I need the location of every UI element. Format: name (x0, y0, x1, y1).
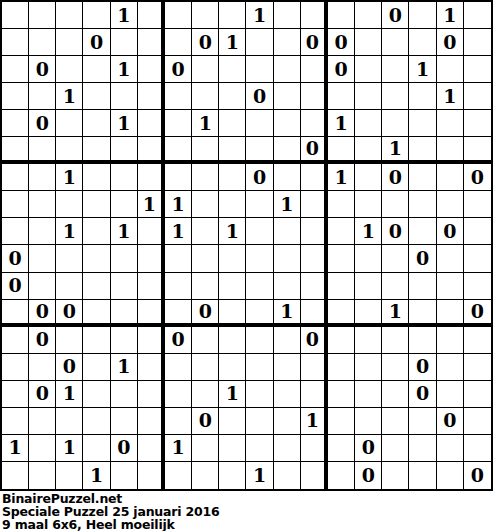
cell-r10-c4-empty[interactable] (83, 245, 110, 272)
cell-r1-c18-empty[interactable] (464, 2, 491, 29)
cell-r14-c15-empty[interactable] (382, 354, 409, 381)
cell-r17-c6-empty[interactable] (138, 435, 165, 462)
cell-r10-c14-empty[interactable] (355, 245, 382, 272)
footer: BinairePuzzel.net Speciale Puzzel 25 jan… (0, 491, 493, 531)
cell-r14-c14-empty[interactable] (355, 354, 382, 381)
cell-r4-c3-given: 1 (56, 83, 83, 110)
cell-r1-c2-empty[interactable] (29, 2, 56, 29)
cell-r15-c2-given: 0 (29, 381, 56, 408)
cell-r17-c4-empty[interactable] (83, 435, 110, 462)
cell-r13-c6-empty[interactable] (138, 327, 165, 354)
cell-r2-c10-empty[interactable] (246, 29, 273, 56)
cell-r2-c17-given: 0 (437, 29, 464, 56)
cell-r14-c1-empty[interactable] (2, 354, 29, 381)
cell-r9-c5-given: 1 (111, 218, 138, 245)
cell-r5-c9-empty[interactable] (219, 110, 246, 137)
cell-r18-c7-empty[interactable] (165, 462, 192, 489)
cell-r5-c17-empty[interactable] (437, 110, 464, 137)
cell-r14-c3-given: 0 (56, 354, 83, 381)
cell-r11-c13-empty[interactable] (328, 273, 355, 300)
cell-r2-c9-given: 1 (219, 29, 246, 56)
cell-r5-c3-empty[interactable] (56, 110, 83, 137)
cell-r11-c15-empty[interactable] (382, 273, 409, 300)
cell-r13-c9-empty[interactable] (219, 327, 246, 354)
cell-r8-c15-empty[interactable] (382, 191, 409, 218)
cell-r7-c6-empty[interactable] (138, 164, 165, 191)
cell-r13-c15-empty[interactable] (382, 327, 409, 354)
cell-r16-c10-empty[interactable] (246, 408, 273, 435)
cell-r18-c13-empty[interactable] (328, 462, 355, 489)
cell-r11-c9-empty[interactable] (219, 273, 246, 300)
cell-r2-c16-empty[interactable] (409, 29, 436, 56)
cell-r11-c3-empty[interactable] (56, 273, 83, 300)
cell-r18-c3-empty[interactable] (56, 462, 83, 489)
cell-r13-c4-empty[interactable] (83, 327, 110, 354)
cell-r18-c12-empty[interactable] (301, 462, 328, 489)
cell-r2-c6-empty[interactable] (138, 29, 165, 56)
cell-r8-c17-empty[interactable] (437, 191, 464, 218)
cell-r18-c2-empty[interactable] (29, 462, 56, 489)
cell-r12-c14-empty[interactable] (355, 300, 382, 327)
cell-r16-c2-empty[interactable] (29, 408, 56, 435)
cell-r3-c5-given: 1 (111, 56, 138, 83)
cell-r5-c12-empty[interactable] (301, 110, 328, 137)
cell-r3-c3-empty[interactable] (56, 56, 83, 83)
cell-r7-c7-empty[interactable] (165, 164, 192, 191)
cell-r1-c6-empty[interactable] (138, 2, 165, 29)
cell-r10-c6-empty[interactable] (138, 245, 165, 272)
cell-r7-c2-empty[interactable] (29, 164, 56, 191)
cell-r13-c11-empty[interactable] (274, 327, 301, 354)
cell-r18-c9-empty[interactable] (219, 462, 246, 489)
cell-r12-c11-given: 1 (274, 300, 301, 327)
cell-r3-c18-empty[interactable] (464, 56, 491, 83)
cell-r5-c14-empty[interactable] (355, 110, 382, 137)
cell-r1-c1-empty[interactable] (2, 2, 29, 29)
cell-r14-c4-empty[interactable] (83, 354, 110, 381)
cell-r11-c10-empty[interactable] (246, 273, 273, 300)
cell-r9-c16-empty[interactable] (409, 218, 436, 245)
cell-r14-c17-empty[interactable] (437, 354, 464, 381)
cell-r7-c17-empty[interactable] (437, 164, 464, 191)
cell-r1-c7-empty[interactable] (165, 2, 192, 29)
cell-r5-c18-empty[interactable] (464, 110, 491, 137)
cell-r7-c14-empty[interactable] (355, 164, 382, 191)
cell-r12-c6-empty[interactable] (138, 300, 165, 327)
cell-r13-c10-empty[interactable] (246, 327, 273, 354)
cell-r18-c15-empty[interactable] (382, 462, 409, 489)
cell-r3-c12-empty[interactable] (301, 56, 328, 83)
cell-r3-c1-empty[interactable] (2, 56, 29, 83)
cell-r16-c18-empty[interactable] (464, 408, 491, 435)
cell-r9-c14-given: 1 (355, 218, 382, 245)
cell-r1-c9-empty[interactable] (219, 2, 246, 29)
cell-r18-c10-given: 1 (246, 462, 273, 489)
cell-r15-c9-given: 1 (219, 381, 246, 408)
cell-r7-c8-empty[interactable] (192, 164, 219, 191)
cell-r1-c14-empty[interactable] (355, 2, 382, 29)
cell-r1-c8-empty[interactable] (192, 2, 219, 29)
cell-r12-c5-empty[interactable] (111, 300, 138, 327)
cell-r7-c12-empty[interactable] (301, 164, 328, 191)
cell-r8-c9-empty[interactable] (219, 191, 246, 218)
cell-r14-c11-empty[interactable] (274, 354, 301, 381)
cell-r8-c16-empty[interactable] (409, 191, 436, 218)
cell-r13-c3-empty[interactable] (56, 327, 83, 354)
cell-r3-c15-empty[interactable] (382, 56, 409, 83)
cell-r6-c9-empty[interactable] (219, 137, 246, 164)
cell-r13-c1-empty[interactable] (2, 327, 29, 354)
cell-r10-c2-empty[interactable] (29, 245, 56, 272)
cell-r11-c4-empty[interactable] (83, 273, 110, 300)
cell-r8-c1-empty[interactable] (2, 191, 29, 218)
cell-r4-c15-empty[interactable] (382, 83, 409, 110)
cell-r4-c11-empty[interactable] (274, 83, 301, 110)
cell-r3-c9-empty[interactable] (219, 56, 246, 83)
cell-r12-c1-empty[interactable] (2, 300, 29, 327)
cell-r16-c5-empty[interactable] (111, 408, 138, 435)
cell-r6-c15-given: 1 (382, 137, 409, 164)
cell-r8-c13-empty[interactable] (328, 191, 355, 218)
cell-r5-c1-empty[interactable] (2, 110, 29, 137)
cell-r6-c17-empty[interactable] (437, 137, 464, 164)
cell-r9-c2-empty[interactable] (29, 218, 56, 245)
cell-r15-c12-empty[interactable] (301, 381, 328, 408)
cell-r12-c15-given: 1 (382, 300, 409, 327)
cell-r10-c9-empty[interactable] (219, 245, 246, 272)
cell-r16-c7-empty[interactable] (165, 408, 192, 435)
cell-r2-c2-empty[interactable] (29, 29, 56, 56)
cell-r7-c3-given: 1 (56, 164, 83, 191)
cell-r17-c5-given: 0 (111, 435, 138, 462)
cell-r16-c15-empty[interactable] (382, 408, 409, 435)
cell-r10-c1-given: 0 (2, 245, 29, 272)
cell-r16-c1-empty[interactable] (2, 408, 29, 435)
cell-r14-c6-empty[interactable] (138, 354, 165, 381)
cell-r9-c18-empty[interactable] (464, 218, 491, 245)
cell-r7-c4-empty[interactable] (83, 164, 110, 191)
cell-r9-c13-empty[interactable] (328, 218, 355, 245)
cell-r13-c14-empty[interactable] (355, 327, 382, 354)
cell-r5-c16-empty[interactable] (409, 110, 436, 137)
cell-r14-c9-empty[interactable] (219, 354, 246, 381)
cell-r5-c11-empty[interactable] (274, 110, 301, 137)
cell-r15-c1-empty[interactable] (2, 381, 29, 408)
cell-r15-c10-empty[interactable] (246, 381, 273, 408)
cell-r14-c8-empty[interactable] (192, 354, 219, 381)
cell-r4-c13-empty[interactable] (328, 83, 355, 110)
cell-r9-c11-empty[interactable] (274, 218, 301, 245)
cell-r8-c10-empty[interactable] (246, 191, 273, 218)
cell-r12-c9-empty[interactable] (219, 300, 246, 327)
cell-r13-c12-given: 0 (301, 327, 328, 354)
cell-r13-c16-empty[interactable] (409, 327, 436, 354)
cell-r5-c15-empty[interactable] (382, 110, 409, 137)
cell-r9-c7-given: 1 (165, 218, 192, 245)
cell-r14-c7-empty[interactable] (165, 354, 192, 381)
cell-r5-c8-given: 1 (192, 110, 219, 137)
cell-r6-c18-empty[interactable] (464, 137, 491, 164)
cell-r12-c7-empty[interactable] (165, 300, 192, 327)
cell-r9-c4-empty[interactable] (83, 218, 110, 245)
cell-r16-c9-empty[interactable] (219, 408, 246, 435)
cell-r3-c17-empty[interactable] (437, 56, 464, 83)
cell-r13-c17-empty[interactable] (437, 327, 464, 354)
cell-r10-c10-empty[interactable] (246, 245, 273, 272)
cell-r6-c13-empty[interactable] (328, 137, 355, 164)
cell-r11-c16-empty[interactable] (409, 273, 436, 300)
cell-r14-c2-empty[interactable] (29, 354, 56, 381)
cell-r6-c3-empty[interactable] (56, 137, 83, 164)
cell-r12-c3-given: 0 (56, 300, 83, 327)
cell-r17-c10-empty[interactable] (246, 435, 273, 462)
cell-r18-c4-given: 1 (83, 462, 110, 489)
cell-r8-c2-empty[interactable] (29, 191, 56, 218)
cell-r15-c8-empty[interactable] (192, 381, 219, 408)
cell-r18-c17-empty[interactable] (437, 462, 464, 489)
cell-r3-c14-empty[interactable] (355, 56, 382, 83)
cell-r2-c3-empty[interactable] (56, 29, 83, 56)
cell-r17-c18-empty[interactable] (464, 435, 491, 462)
cell-r17-c3-given: 1 (56, 435, 83, 462)
cell-r17-c11-empty[interactable] (274, 435, 301, 462)
cell-r12-c10-empty[interactable] (246, 300, 273, 327)
cell-r3-c4-empty[interactable] (83, 56, 110, 83)
cell-r3-c6-empty[interactable] (138, 56, 165, 83)
cell-r3-c11-empty[interactable] (274, 56, 301, 83)
cell-r17-c12-empty[interactable] (301, 435, 328, 462)
cell-r5-c6-empty[interactable] (138, 110, 165, 137)
cell-r17-c9-empty[interactable] (219, 435, 246, 462)
cell-r11-c18-empty[interactable] (464, 273, 491, 300)
cell-r1-c10-given: 1 (246, 2, 273, 29)
cell-r14-c18-empty[interactable] (464, 354, 491, 381)
cell-r6-c11-empty[interactable] (274, 137, 301, 164)
cell-r10-c5-empty[interactable] (111, 245, 138, 272)
cell-r12-c17-empty[interactable] (437, 300, 464, 327)
cell-r4-c5-empty[interactable] (111, 83, 138, 110)
cell-r15-c5-empty[interactable] (111, 381, 138, 408)
cell-r8-c12-empty[interactable] (301, 191, 328, 218)
cell-r2-c11-empty[interactable] (274, 29, 301, 56)
cell-r16-c11-empty[interactable] (274, 408, 301, 435)
cell-r7-c11-empty[interactable] (274, 164, 301, 191)
cell-r3-c2-given: 0 (29, 56, 56, 83)
cell-r18-c14-given: 0 (355, 462, 382, 489)
cell-r10-c18-empty[interactable] (464, 245, 491, 272)
cell-r3-c8-empty[interactable] (192, 56, 219, 83)
cell-r8-c8-empty[interactable] (192, 191, 219, 218)
cell-r11-c8-empty[interactable] (192, 273, 219, 300)
cell-r2-c18-empty[interactable] (464, 29, 491, 56)
cell-r13-c18-empty[interactable] (464, 327, 491, 354)
cell-r6-c2-empty[interactable] (29, 137, 56, 164)
cell-r15-c3-given: 1 (56, 381, 83, 408)
cell-r4-c16-empty[interactable] (409, 83, 436, 110)
cell-r17-c8-empty[interactable] (192, 435, 219, 462)
cell-r1-c13-empty[interactable] (328, 2, 355, 29)
cell-r8-c18-empty[interactable] (464, 191, 491, 218)
cell-r11-c5-empty[interactable] (111, 273, 138, 300)
cell-r16-c13-empty[interactable] (328, 408, 355, 435)
cell-r15-c4-empty[interactable] (83, 381, 110, 408)
cell-r17-c7-given: 1 (165, 435, 192, 462)
cell-r9-c12-empty[interactable] (301, 218, 328, 245)
cell-r18-c16-empty[interactable] (409, 462, 436, 489)
cell-r6-c6-empty[interactable] (138, 137, 165, 164)
cell-r4-c17-given: 1 (437, 83, 464, 110)
cell-r5-c4-empty[interactable] (83, 110, 110, 137)
cell-r9-c10-empty[interactable] (246, 218, 273, 245)
cell-r9-c8-empty[interactable] (192, 218, 219, 245)
cell-r2-c15-empty[interactable] (382, 29, 409, 56)
cell-r7-c16-empty[interactable] (409, 164, 436, 191)
cell-r2-c7-empty[interactable] (165, 29, 192, 56)
cell-r11-c11-empty[interactable] (274, 273, 301, 300)
cell-r12-c2-given: 0 (29, 300, 56, 327)
cell-r14-c12-empty[interactable] (301, 354, 328, 381)
cell-r1-c3-empty[interactable] (56, 2, 83, 29)
cell-r4-c18-empty[interactable] (464, 83, 491, 110)
cell-r8-c5-empty[interactable] (111, 191, 138, 218)
cell-r1-c15-given: 0 (382, 2, 409, 29)
cell-r4-c9-empty[interactable] (219, 83, 246, 110)
cell-r6-c10-empty[interactable] (246, 137, 273, 164)
cell-r4-c1-empty[interactable] (2, 83, 29, 110)
cell-r4-c12-empty[interactable] (301, 83, 328, 110)
cell-r1-c16-empty[interactable] (409, 2, 436, 29)
cell-r18-c6-empty[interactable] (138, 462, 165, 489)
cell-r6-c4-empty[interactable] (83, 137, 110, 164)
cell-r11-c12-empty[interactable] (301, 273, 328, 300)
cell-r15-c18-empty[interactable] (464, 381, 491, 408)
cell-r13-c5-empty[interactable] (111, 327, 138, 354)
cell-r16-c16-empty[interactable] (409, 408, 436, 435)
cell-r2-c4-given: 0 (83, 29, 110, 56)
cell-r15-c7-empty[interactable] (165, 381, 192, 408)
cell-r6-c12-given: 0 (301, 137, 328, 164)
cell-r6-c16-empty[interactable] (409, 137, 436, 164)
cell-r17-c17-empty[interactable] (437, 435, 464, 462)
cell-r6-c1-empty[interactable] (2, 137, 29, 164)
cell-r10-c7-empty[interactable] (165, 245, 192, 272)
cell-r2-c5-empty[interactable] (111, 29, 138, 56)
cell-r13-c13-empty[interactable] (328, 327, 355, 354)
cell-r11-c6-empty[interactable] (138, 273, 165, 300)
cell-r10-c13-empty[interactable] (328, 245, 355, 272)
cell-r5-c7-empty[interactable] (165, 110, 192, 137)
cell-r9-c6-empty[interactable] (138, 218, 165, 245)
cell-r8-c11-given: 1 (274, 191, 301, 218)
cell-r4-c4-empty[interactable] (83, 83, 110, 110)
cell-r3-c16-given: 1 (409, 56, 436, 83)
cell-r15-c13-empty[interactable] (328, 381, 355, 408)
cell-r3-c13-given: 0 (328, 56, 355, 83)
cell-r1-c12-empty[interactable] (301, 2, 328, 29)
cell-r11-c17-empty[interactable] (437, 273, 464, 300)
cell-r8-c4-empty[interactable] (83, 191, 110, 218)
cell-r10-c3-empty[interactable] (56, 245, 83, 272)
cell-r11-c14-empty[interactable] (355, 273, 382, 300)
cell-r17-c2-empty[interactable] (29, 435, 56, 462)
cell-r16-c14-empty[interactable] (355, 408, 382, 435)
board: 1101001000010011010111011010011111111000… (0, 0, 493, 491)
cell-r15-c14-empty[interactable] (355, 381, 382, 408)
cell-r18-c11-empty[interactable] (274, 462, 301, 489)
cell-r5-c10-empty[interactable] (246, 110, 273, 137)
cell-r4-c6-empty[interactable] (138, 83, 165, 110)
cell-r12-c16-empty[interactable] (409, 300, 436, 327)
cell-r12-c13-empty[interactable] (328, 300, 355, 327)
cell-r16-c6-empty[interactable] (138, 408, 165, 435)
cell-r17-c16-empty[interactable] (409, 435, 436, 462)
cell-r8-c14-empty[interactable] (355, 191, 382, 218)
cell-r3-c10-empty[interactable] (246, 56, 273, 83)
cell-r6-c14-empty[interactable] (355, 137, 382, 164)
cell-r15-c15-empty[interactable] (382, 381, 409, 408)
cell-r10-c17-empty[interactable] (437, 245, 464, 272)
cell-r16-c12-given: 1 (301, 408, 328, 435)
cell-r10-c16-given: 0 (409, 245, 436, 272)
cell-r6-c8-empty[interactable] (192, 137, 219, 164)
cell-r11-c2-empty[interactable] (29, 273, 56, 300)
cell-r17-c1-given: 1 (2, 435, 29, 462)
cell-r18-c5-empty[interactable] (111, 462, 138, 489)
cell-r6-c7-empty[interactable] (165, 137, 192, 164)
cell-r12-c12-empty[interactable] (301, 300, 328, 327)
cell-r9-c1-empty[interactable] (2, 218, 29, 245)
cell-r18-c8-empty[interactable] (192, 462, 219, 489)
cell-r16-c4-empty[interactable] (83, 408, 110, 435)
cell-r12-c4-empty[interactable] (83, 300, 110, 327)
cell-r15-c6-empty[interactable] (138, 381, 165, 408)
cell-r17-c15-empty[interactable] (382, 435, 409, 462)
cell-r7-c9-empty[interactable] (219, 164, 246, 191)
cell-r17-c13-empty[interactable] (328, 435, 355, 462)
cell-r18-c1-empty[interactable] (2, 462, 29, 489)
cell-r15-c17-empty[interactable] (437, 381, 464, 408)
cell-r9-c9-given: 1 (219, 218, 246, 245)
cell-r10-c11-empty[interactable] (274, 245, 301, 272)
cell-r11-c7-empty[interactable] (165, 273, 192, 300)
cell-r10-c15-empty[interactable] (382, 245, 409, 272)
cell-r16-c3-empty[interactable] (56, 408, 83, 435)
cell-r7-c5-empty[interactable] (111, 164, 138, 191)
cell-r4-c2-empty[interactable] (29, 83, 56, 110)
cell-r10-c12-empty[interactable] (301, 245, 328, 272)
cell-r8-c6-given: 1 (138, 191, 165, 218)
cell-r1-c4-empty[interactable] (83, 2, 110, 29)
cell-r7-c10-given: 0 (246, 164, 273, 191)
cell-r4-c7-empty[interactable] (165, 83, 192, 110)
cell-r13-c8-empty[interactable] (192, 327, 219, 354)
cell-r14-c16-given: 0 (409, 354, 436, 381)
cell-r1-c11-empty[interactable] (274, 2, 301, 29)
cell-r4-c8-empty[interactable] (192, 83, 219, 110)
cell-r15-c11-empty[interactable] (274, 381, 301, 408)
cell-r4-c14-empty[interactable] (355, 83, 382, 110)
cell-r2-c1-empty[interactable] (2, 29, 29, 56)
cell-r5-c5-given: 1 (111, 110, 138, 137)
cell-r6-c5-empty[interactable] (111, 137, 138, 164)
cell-r14-c13-empty[interactable] (328, 354, 355, 381)
cell-r14-c5-given: 1 (111, 354, 138, 381)
cell-r14-c10-empty[interactable] (246, 354, 273, 381)
cell-r7-c1-empty[interactable] (2, 164, 29, 191)
cell-r10-c8-empty[interactable] (192, 245, 219, 272)
cell-r2-c14-empty[interactable] (355, 29, 382, 56)
cell-r8-c3-empty[interactable] (56, 191, 83, 218)
